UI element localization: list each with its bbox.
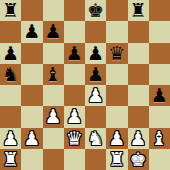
black-pawn: ♟	[87, 64, 104, 85]
square-a4[interactable]	[0, 85, 21, 106]
square-e3[interactable]	[85, 106, 106, 127]
square-a8[interactable]: ♜	[0, 0, 21, 21]
square-d1[interactable]	[64, 149, 85, 170]
square-e5[interactable]: ♟	[85, 64, 106, 85]
square-f6[interactable]: ♛	[106, 43, 127, 64]
square-c5[interactable]: ♝	[43, 64, 64, 85]
square-f2[interactable]: ♟	[106, 128, 127, 149]
white-queen: ♛	[66, 128, 83, 149]
white-pawn: ♟	[130, 128, 147, 149]
white-king: ♚	[130, 149, 147, 170]
square-d5[interactable]	[64, 64, 85, 85]
square-g5[interactable]	[128, 64, 149, 85]
black-pawn: ♟	[45, 21, 62, 42]
square-g6[interactable]	[128, 43, 149, 64]
square-d7[interactable]	[64, 21, 85, 42]
square-b4[interactable]	[21, 85, 42, 106]
white-rook: ♜	[2, 149, 19, 170]
white-pawn: ♟	[108, 128, 125, 149]
square-c2[interactable]	[43, 128, 64, 149]
white-pawn: ♟	[45, 106, 62, 127]
square-a3[interactable]	[0, 106, 21, 127]
square-a2[interactable]: ♟	[0, 128, 21, 149]
chess-board: ♜♚♜♟♟♟♟♟♛♞♝♟♟♟♟♟♟♟♛♞♟♟♝♜♜♚	[0, 0, 170, 170]
white-pawn: ♟	[23, 128, 40, 149]
white-rook: ♜	[108, 149, 125, 170]
white-knight: ♞	[87, 128, 104, 149]
square-e8[interactable]: ♚	[85, 0, 106, 21]
square-g8[interactable]: ♜	[128, 0, 149, 21]
square-h8[interactable]	[149, 0, 170, 21]
square-c4[interactable]	[43, 85, 64, 106]
square-f1[interactable]: ♜	[106, 149, 127, 170]
square-d2[interactable]: ♛	[64, 128, 85, 149]
black-queen: ♛	[108, 43, 125, 64]
square-h4[interactable]: ♟	[149, 85, 170, 106]
square-h1[interactable]	[149, 149, 170, 170]
square-f4[interactable]	[106, 85, 127, 106]
square-h5[interactable]	[149, 64, 170, 85]
square-f3[interactable]	[106, 106, 127, 127]
square-e7[interactable]	[85, 21, 106, 42]
square-a5[interactable]: ♞	[0, 64, 21, 85]
black-rook: ♜	[2, 0, 19, 21]
black-bishop: ♝	[45, 64, 62, 85]
square-a7[interactable]	[0, 21, 21, 42]
square-f5[interactable]	[106, 64, 127, 85]
square-c7[interactable]: ♟	[43, 21, 64, 42]
square-g4[interactable]	[128, 85, 149, 106]
square-g2[interactable]: ♟	[128, 128, 149, 149]
square-h3[interactable]	[149, 106, 170, 127]
black-knight: ♞	[2, 64, 19, 85]
square-c6[interactable]	[43, 43, 64, 64]
square-h2[interactable]: ♝	[149, 128, 170, 149]
square-b2[interactable]: ♟	[21, 128, 42, 149]
black-rook: ♜	[130, 0, 147, 21]
black-pawn: ♟	[87, 43, 104, 64]
square-h6[interactable]	[149, 43, 170, 64]
white-pawn: ♟	[87, 85, 104, 106]
square-e4[interactable]: ♟	[85, 85, 106, 106]
square-d6[interactable]: ♟	[64, 43, 85, 64]
square-f8[interactable]	[106, 0, 127, 21]
square-g7[interactable]	[128, 21, 149, 42]
black-pawn: ♟	[23, 21, 40, 42]
square-e6[interactable]: ♟	[85, 43, 106, 64]
square-e1[interactable]	[85, 149, 106, 170]
square-g1[interactable]: ♚	[128, 149, 149, 170]
square-e2[interactable]: ♞	[85, 128, 106, 149]
square-a6[interactable]: ♟	[0, 43, 21, 64]
square-f7[interactable]	[106, 21, 127, 42]
white-pawn: ♟	[2, 128, 19, 149]
square-d3[interactable]: ♟	[64, 106, 85, 127]
black-king: ♚	[87, 0, 104, 21]
white-pawn: ♟	[66, 106, 83, 127]
square-a1[interactable]: ♜	[0, 149, 21, 170]
square-b6[interactable]	[21, 43, 42, 64]
black-pawn: ♟	[151, 85, 168, 106]
square-b8[interactable]	[21, 0, 42, 21]
square-c1[interactable]	[43, 149, 64, 170]
square-d8[interactable]	[64, 0, 85, 21]
square-b5[interactable]	[21, 64, 42, 85]
square-b3[interactable]	[21, 106, 42, 127]
white-bishop: ♝	[151, 128, 168, 149]
square-g3[interactable]	[128, 106, 149, 127]
square-d4[interactable]	[64, 85, 85, 106]
square-h7[interactable]	[149, 21, 170, 42]
black-pawn: ♟	[2, 43, 19, 64]
square-c3[interactable]: ♟	[43, 106, 64, 127]
square-c8[interactable]	[43, 0, 64, 21]
black-pawn: ♟	[66, 43, 83, 64]
square-b1[interactable]	[21, 149, 42, 170]
square-b7[interactable]: ♟	[21, 21, 42, 42]
